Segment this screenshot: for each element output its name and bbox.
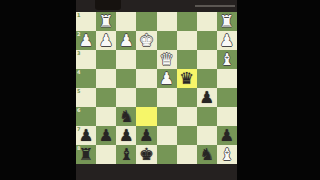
square-a7[interactable]: ♟ [217,126,237,145]
square-a1[interactable]: ♜ [217,12,237,31]
square-c1[interactable] [177,12,197,31]
white-pawn-h2[interactable]: ♟ [79,31,94,50]
chess-board[interactable]: 1♜♜2♟♟♟♚♟3♛♝4♟♛5♟6♞7♟♟♟♟♟8♜♝♚♞♝ [76,12,237,164]
square-g6[interactable] [96,107,116,126]
square-e5[interactable] [136,88,156,107]
video-strip: 1♜♜2♟♟♟♚♟3♛♝4♟♛5♟6♞7♟♟♟♟♟8♜♝♚♞♝ [76,0,237,180]
black-knight-f6[interactable]: ♞ [119,107,134,126]
square-g7[interactable]: ♟ [96,126,116,145]
letterbox-right-bar [237,0,320,180]
square-b2[interactable] [197,31,217,50]
square-h1[interactable]: 1 [76,12,96,31]
rank-label-7: 7 [77,127,80,132]
square-d5[interactable] [157,88,177,107]
black-rook-h8[interactable]: ♜ [79,145,94,164]
rank-label-3: 3 [77,51,80,56]
square-f2[interactable]: ♟ [116,31,136,50]
square-a6[interactable] [217,107,237,126]
square-e1[interactable] [136,12,156,31]
black-king-e8[interactable]: ♚ [139,145,154,164]
white-pawn-g2[interactable]: ♟ [99,31,114,50]
black-pawn-g7[interactable]: ♟ [99,126,114,145]
white-rook-a1[interactable]: ♜ [220,12,235,31]
square-h8[interactable]: 8♜ [76,145,96,164]
square-e7[interactable]: ♟ [136,126,156,145]
square-f7[interactable]: ♟ [116,126,136,145]
square-d3[interactable]: ♛ [157,50,177,69]
rank-label-5: 5 [77,89,80,94]
black-bishop-f8[interactable]: ♝ [119,145,134,164]
white-king-e2[interactable]: ♚ [139,31,154,50]
black-pawn-f7[interactable]: ♟ [119,126,134,145]
square-e6[interactable] [136,107,156,126]
square-f4[interactable] [116,69,136,88]
square-g1[interactable]: ♜ [96,12,116,31]
square-c5[interactable] [177,88,197,107]
square-f3[interactable] [116,50,136,69]
rank-label-2: 2 [77,32,80,37]
square-d7[interactable] [157,126,177,145]
square-g2[interactable]: ♟ [96,31,116,50]
square-b4[interactable] [197,69,217,88]
square-d1[interactable] [157,12,177,31]
player-name-remnant [195,5,235,7]
square-h2[interactable]: 2♟ [76,31,96,50]
square-h7[interactable]: 7♟ [76,126,96,145]
rank-label-6: 6 [77,108,80,113]
square-h6[interactable]: 6 [76,107,96,126]
square-f6[interactable]: ♞ [116,107,136,126]
white-pawn-a2[interactable]: ♟ [220,31,235,50]
white-pawn-d4[interactable]: ♟ [159,69,174,88]
square-f1[interactable] [116,12,136,31]
square-b8[interactable]: ♞ [197,145,217,164]
bottom-bar-remnant [76,164,237,180]
square-c2[interactable] [177,31,197,50]
square-g3[interactable] [96,50,116,69]
black-pawn-b5[interactable]: ♟ [199,88,214,107]
square-g5[interactable] [96,88,116,107]
square-b1[interactable] [197,12,217,31]
square-c4[interactable]: ♛ [177,69,197,88]
square-f8[interactable]: ♝ [116,145,136,164]
square-c7[interactable] [177,126,197,145]
player-bar-remnant [76,0,237,12]
square-g4[interactable] [96,69,116,88]
square-a3[interactable]: ♝ [217,50,237,69]
black-knight-b8[interactable]: ♞ [199,145,214,164]
square-e4[interactable] [136,69,156,88]
letterbox-left-bar [0,0,76,180]
square-b7[interactable] [197,126,217,145]
square-h3[interactable]: 3 [76,50,96,69]
white-queen-d3[interactable]: ♛ [159,50,174,69]
black-queen-c4[interactable]: ♛ [179,69,194,88]
square-c8[interactable] [177,145,197,164]
black-pawn-h7[interactable]: ♟ [79,126,94,145]
white-pawn-f2[interactable]: ♟ [119,31,134,50]
square-c3[interactable] [177,50,197,69]
square-b6[interactable] [197,107,217,126]
black-pawn-a7[interactable]: ♟ [220,126,235,145]
rank-label-1: 1 [77,13,80,18]
square-e8[interactable]: ♚ [136,145,156,164]
rank-label-4: 4 [77,70,80,75]
rank-label-8: 8 [77,146,80,151]
white-bishop-a3[interactable]: ♝ [220,50,235,69]
square-b3[interactable] [197,50,217,69]
white-bishop-a8[interactable]: ♝ [220,145,235,164]
player-avatar-remnant [95,0,121,10]
square-c6[interactable] [177,107,197,126]
square-d2[interactable] [157,31,177,50]
square-a8[interactable]: ♝ [217,145,237,164]
square-e2[interactable]: ♚ [136,31,156,50]
square-d8[interactable] [157,145,177,164]
square-b5[interactable]: ♟ [197,88,217,107]
square-f5[interactable] [116,88,136,107]
square-h5[interactable]: 5 [76,88,96,107]
square-d4[interactable]: ♟ [157,69,177,88]
square-a4[interactable] [217,69,237,88]
square-a5[interactable] [217,88,237,107]
square-d6[interactable] [157,107,177,126]
square-g8[interactable] [96,145,116,164]
square-a2[interactable]: ♟ [217,31,237,50]
square-h4[interactable]: 4 [76,69,96,88]
square-e3[interactable] [136,50,156,69]
white-rook-g1[interactable]: ♜ [99,12,114,31]
black-pawn-e7[interactable]: ♟ [139,126,154,145]
